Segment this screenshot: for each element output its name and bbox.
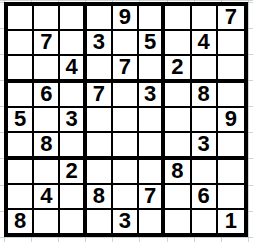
sudoku-board: 977354472673853983284876831 [4, 2, 248, 237]
cell-r7c7[interactable]: 8 [165, 160, 191, 185]
cell-r8c4[interactable]: 8 [87, 185, 113, 210]
cell-r1c3[interactable] [60, 6, 86, 31]
cell-r1c2[interactable] [34, 6, 60, 31]
cell-r1c7[interactable] [165, 6, 191, 31]
cell-r7c1[interactable] [8, 160, 34, 185]
cell-r2c6[interactable]: 5 [139, 31, 165, 56]
cell-r4c4[interactable]: 7 [87, 83, 113, 108]
cell-r7c4[interactable] [87, 160, 113, 185]
cell-r6c4[interactable] [87, 133, 113, 160]
cell-r5c2[interactable] [34, 108, 60, 133]
cell-r1c9[interactable]: 7 [218, 6, 244, 31]
cell-r3c4[interactable] [87, 56, 113, 83]
cell-r9c8[interactable] [192, 210, 218, 233]
cell-r2c3[interactable] [60, 31, 86, 56]
cell-r8c9[interactable] [218, 185, 244, 210]
cell-r5c7[interactable] [165, 108, 191, 133]
cell-r6c8[interactable]: 3 [192, 133, 218, 160]
cell-r2c4[interactable]: 3 [87, 31, 113, 56]
cell-r7c3[interactable]: 2 [60, 160, 86, 185]
cell-r3c1[interactable] [8, 56, 34, 83]
cell-r5c4[interactable] [87, 108, 113, 133]
cell-r2c7[interactable] [165, 31, 191, 56]
cell-r5c5[interactable] [113, 108, 139, 133]
cell-r5c1[interactable]: 5 [8, 108, 34, 133]
cell-r1c6[interactable] [139, 6, 165, 31]
cell-r7c6[interactable] [139, 160, 165, 185]
margin-gridline-horizontal [0, 237, 253, 238]
cell-r8c7[interactable] [165, 185, 191, 210]
cell-r4c5[interactable] [113, 83, 139, 108]
cell-r2c2[interactable]: 7 [34, 31, 60, 56]
cell-r9c1[interactable]: 8 [8, 210, 34, 233]
cell-r9c2[interactable] [34, 210, 60, 233]
cell-r2c9[interactable] [218, 31, 244, 56]
cell-r6c3[interactable] [60, 133, 86, 160]
cell-r7c9[interactable] [218, 160, 244, 185]
cell-r5c3[interactable]: 3 [60, 108, 86, 133]
cell-r3c2[interactable] [34, 56, 60, 83]
cell-r9c6[interactable] [139, 210, 165, 233]
cell-r3c3[interactable]: 4 [60, 56, 86, 83]
cell-r3c5[interactable]: 7 [113, 56, 139, 83]
cell-r2c5[interactable] [113, 31, 139, 56]
cell-r6c7[interactable] [165, 133, 191, 160]
cell-r5c6[interactable] [139, 108, 165, 133]
cell-r1c5[interactable]: 9 [113, 6, 139, 31]
cell-r6c6[interactable] [139, 133, 165, 160]
cell-r7c5[interactable] [113, 160, 139, 185]
cell-r9c3[interactable] [60, 210, 86, 233]
cell-r6c2[interactable]: 8 [34, 133, 60, 160]
cell-r9c9[interactable]: 1 [218, 210, 244, 233]
cell-r6c9[interactable] [218, 133, 244, 160]
cell-r2c1[interactable] [8, 31, 34, 56]
cell-r7c8[interactable] [192, 160, 218, 185]
cell-r4c7[interactable] [165, 83, 191, 108]
cell-r7c2[interactable] [34, 160, 60, 185]
cell-r9c4[interactable] [87, 210, 113, 233]
cell-r8c1[interactable] [8, 185, 34, 210]
cell-r4c3[interactable] [60, 83, 86, 108]
cell-r4c8[interactable]: 8 [192, 83, 218, 108]
cell-r1c8[interactable] [192, 6, 218, 31]
cell-r2c8[interactable]: 4 [192, 31, 218, 56]
cell-r5c9[interactable]: 9 [218, 108, 244, 133]
cell-r5c8[interactable] [192, 108, 218, 133]
cell-r1c4[interactable] [87, 6, 113, 31]
sudoku-image: 977354472673853983284876831 [0, 0, 253, 242]
cell-r4c9[interactable] [218, 83, 244, 108]
cell-r6c1[interactable] [8, 133, 34, 160]
cell-r8c6[interactable]: 7 [139, 185, 165, 210]
cell-r3c7[interactable]: 2 [165, 56, 191, 83]
cell-r3c9[interactable] [218, 56, 244, 83]
cell-r6c5[interactable] [113, 133, 139, 160]
cell-r4c2[interactable]: 6 [34, 83, 60, 108]
margin-gridline-vertical [248, 0, 249, 242]
cell-r8c8[interactable]: 6 [192, 185, 218, 210]
cell-r8c5[interactable] [113, 185, 139, 210]
cell-r4c6[interactable]: 3 [139, 83, 165, 108]
cell-r9c5[interactable]: 3 [113, 210, 139, 233]
cell-r1c1[interactable] [8, 6, 34, 31]
margin-gridline-horizontal [0, 0, 253, 1]
cell-r4c1[interactable] [8, 83, 34, 108]
cell-r9c7[interactable] [165, 210, 191, 233]
cell-r8c2[interactable]: 4 [34, 185, 60, 210]
cell-r3c6[interactable] [139, 56, 165, 83]
cell-r3c8[interactable] [192, 56, 218, 83]
cell-r8c3[interactable] [60, 185, 86, 210]
